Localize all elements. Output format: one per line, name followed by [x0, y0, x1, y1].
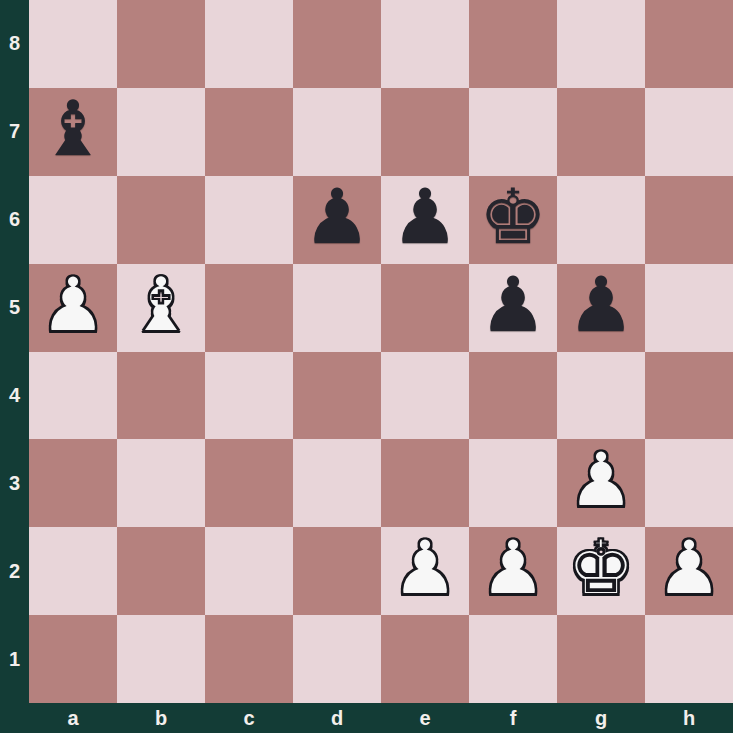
square-a4[interactable]	[29, 352, 117, 440]
square-a7[interactable]: ♝	[29, 88, 117, 176]
rank-label-1: 1	[0, 615, 29, 703]
file-label-a: a	[29, 703, 117, 733]
square-d4[interactable]	[293, 352, 381, 440]
square-b5[interactable]: ♝	[117, 264, 205, 352]
black-pawn-e6[interactable]: ♟	[391, 179, 459, 255]
square-c1[interactable]	[205, 615, 293, 703]
file-label-c: c	[205, 703, 293, 733]
square-a3[interactable]	[29, 439, 117, 527]
file-label-b: b	[117, 703, 205, 733]
square-d2[interactable]	[293, 527, 381, 615]
square-b2[interactable]	[117, 527, 205, 615]
black-pawn-g5[interactable]: ♟	[567, 267, 635, 343]
square-g7[interactable]	[557, 88, 645, 176]
square-g5[interactable]: ♟	[557, 264, 645, 352]
square-h1[interactable]	[645, 615, 733, 703]
square-e3[interactable]	[381, 439, 469, 527]
square-d7[interactable]	[293, 88, 381, 176]
square-e7[interactable]	[381, 88, 469, 176]
white-pawn-h2[interactable]: ♟	[655, 530, 723, 606]
black-pawn-f5[interactable]: ♟	[479, 267, 547, 343]
square-c3[interactable]	[205, 439, 293, 527]
chessboard: 87654321 ♝♟♟♚♟♝♟♟♟♟♟♚♟ abcdefgh	[0, 0, 733, 733]
square-c5[interactable]	[205, 264, 293, 352]
rank-label-2: 2	[0, 527, 29, 615]
rank-label-6: 6	[0, 176, 29, 264]
square-h8[interactable]	[645, 0, 733, 88]
square-a8[interactable]	[29, 0, 117, 88]
square-e4[interactable]	[381, 352, 469, 440]
square-e6[interactable]: ♟	[381, 176, 469, 264]
square-f2[interactable]: ♟	[469, 527, 557, 615]
square-c2[interactable]	[205, 527, 293, 615]
square-b7[interactable]	[117, 88, 205, 176]
square-h5[interactable]	[645, 264, 733, 352]
square-d8[interactable]	[293, 0, 381, 88]
square-e5[interactable]	[381, 264, 469, 352]
rank-label-8: 8	[0, 0, 29, 88]
square-a6[interactable]	[29, 176, 117, 264]
file-label-f: f	[469, 703, 557, 733]
square-b4[interactable]	[117, 352, 205, 440]
square-c4[interactable]	[205, 352, 293, 440]
square-f1[interactable]	[469, 615, 557, 703]
square-g6[interactable]	[557, 176, 645, 264]
square-a1[interactable]	[29, 615, 117, 703]
square-f7[interactable]	[469, 88, 557, 176]
file-label-d: d	[293, 703, 381, 733]
file-label-g: g	[557, 703, 645, 733]
square-b3[interactable]	[117, 439, 205, 527]
square-a5[interactable]: ♟	[29, 264, 117, 352]
white-pawn-f2[interactable]: ♟	[479, 530, 547, 606]
rank-label-5: 5	[0, 264, 29, 352]
square-e1[interactable]	[381, 615, 469, 703]
square-d6[interactable]: ♟	[293, 176, 381, 264]
square-c8[interactable]	[205, 0, 293, 88]
square-h3[interactable]	[645, 439, 733, 527]
black-bishop-a7[interactable]: ♝	[39, 91, 107, 167]
square-d3[interactable]	[293, 439, 381, 527]
white-pawn-e2[interactable]: ♟	[391, 530, 459, 606]
rank-label-4: 4	[0, 352, 29, 440]
square-c7[interactable]	[205, 88, 293, 176]
square-f6[interactable]: ♚	[469, 176, 557, 264]
square-g2[interactable]: ♚	[557, 527, 645, 615]
white-king-g2[interactable]: ♚	[567, 530, 635, 606]
square-g8[interactable]	[557, 0, 645, 88]
square-h4[interactable]	[645, 352, 733, 440]
black-pawn-d6[interactable]: ♟	[303, 179, 371, 255]
square-d5[interactable]	[293, 264, 381, 352]
square-a2[interactable]	[29, 527, 117, 615]
square-g4[interactable]	[557, 352, 645, 440]
black-king-f6[interactable]: ♚	[479, 179, 547, 255]
square-g3[interactable]: ♟	[557, 439, 645, 527]
square-b8[interactable]	[117, 0, 205, 88]
square-f5[interactable]: ♟	[469, 264, 557, 352]
square-e2[interactable]: ♟	[381, 527, 469, 615]
white-pawn-a5[interactable]: ♟	[39, 267, 107, 343]
square-b1[interactable]	[117, 615, 205, 703]
rank-label-3: 3	[0, 439, 29, 527]
square-h7[interactable]	[645, 88, 733, 176]
square-d1[interactable]	[293, 615, 381, 703]
rank-labels: 87654321	[0, 0, 29, 703]
white-bishop-b5[interactable]: ♝	[127, 267, 195, 343]
file-label-e: e	[381, 703, 469, 733]
square-e8[interactable]	[381, 0, 469, 88]
file-labels: abcdefgh	[29, 703, 733, 733]
square-f3[interactable]	[469, 439, 557, 527]
square-b6[interactable]	[117, 176, 205, 264]
board: ♝♟♟♚♟♝♟♟♟♟♟♚♟	[29, 0, 733, 703]
file-label-h: h	[645, 703, 733, 733]
square-c6[interactable]	[205, 176, 293, 264]
white-pawn-g3[interactable]: ♟	[567, 442, 635, 518]
square-g1[interactable]	[557, 615, 645, 703]
square-h6[interactable]	[645, 176, 733, 264]
square-h2[interactable]: ♟	[645, 527, 733, 615]
rank-label-7: 7	[0, 88, 29, 176]
square-f4[interactable]	[469, 352, 557, 440]
square-f8[interactable]	[469, 0, 557, 88]
